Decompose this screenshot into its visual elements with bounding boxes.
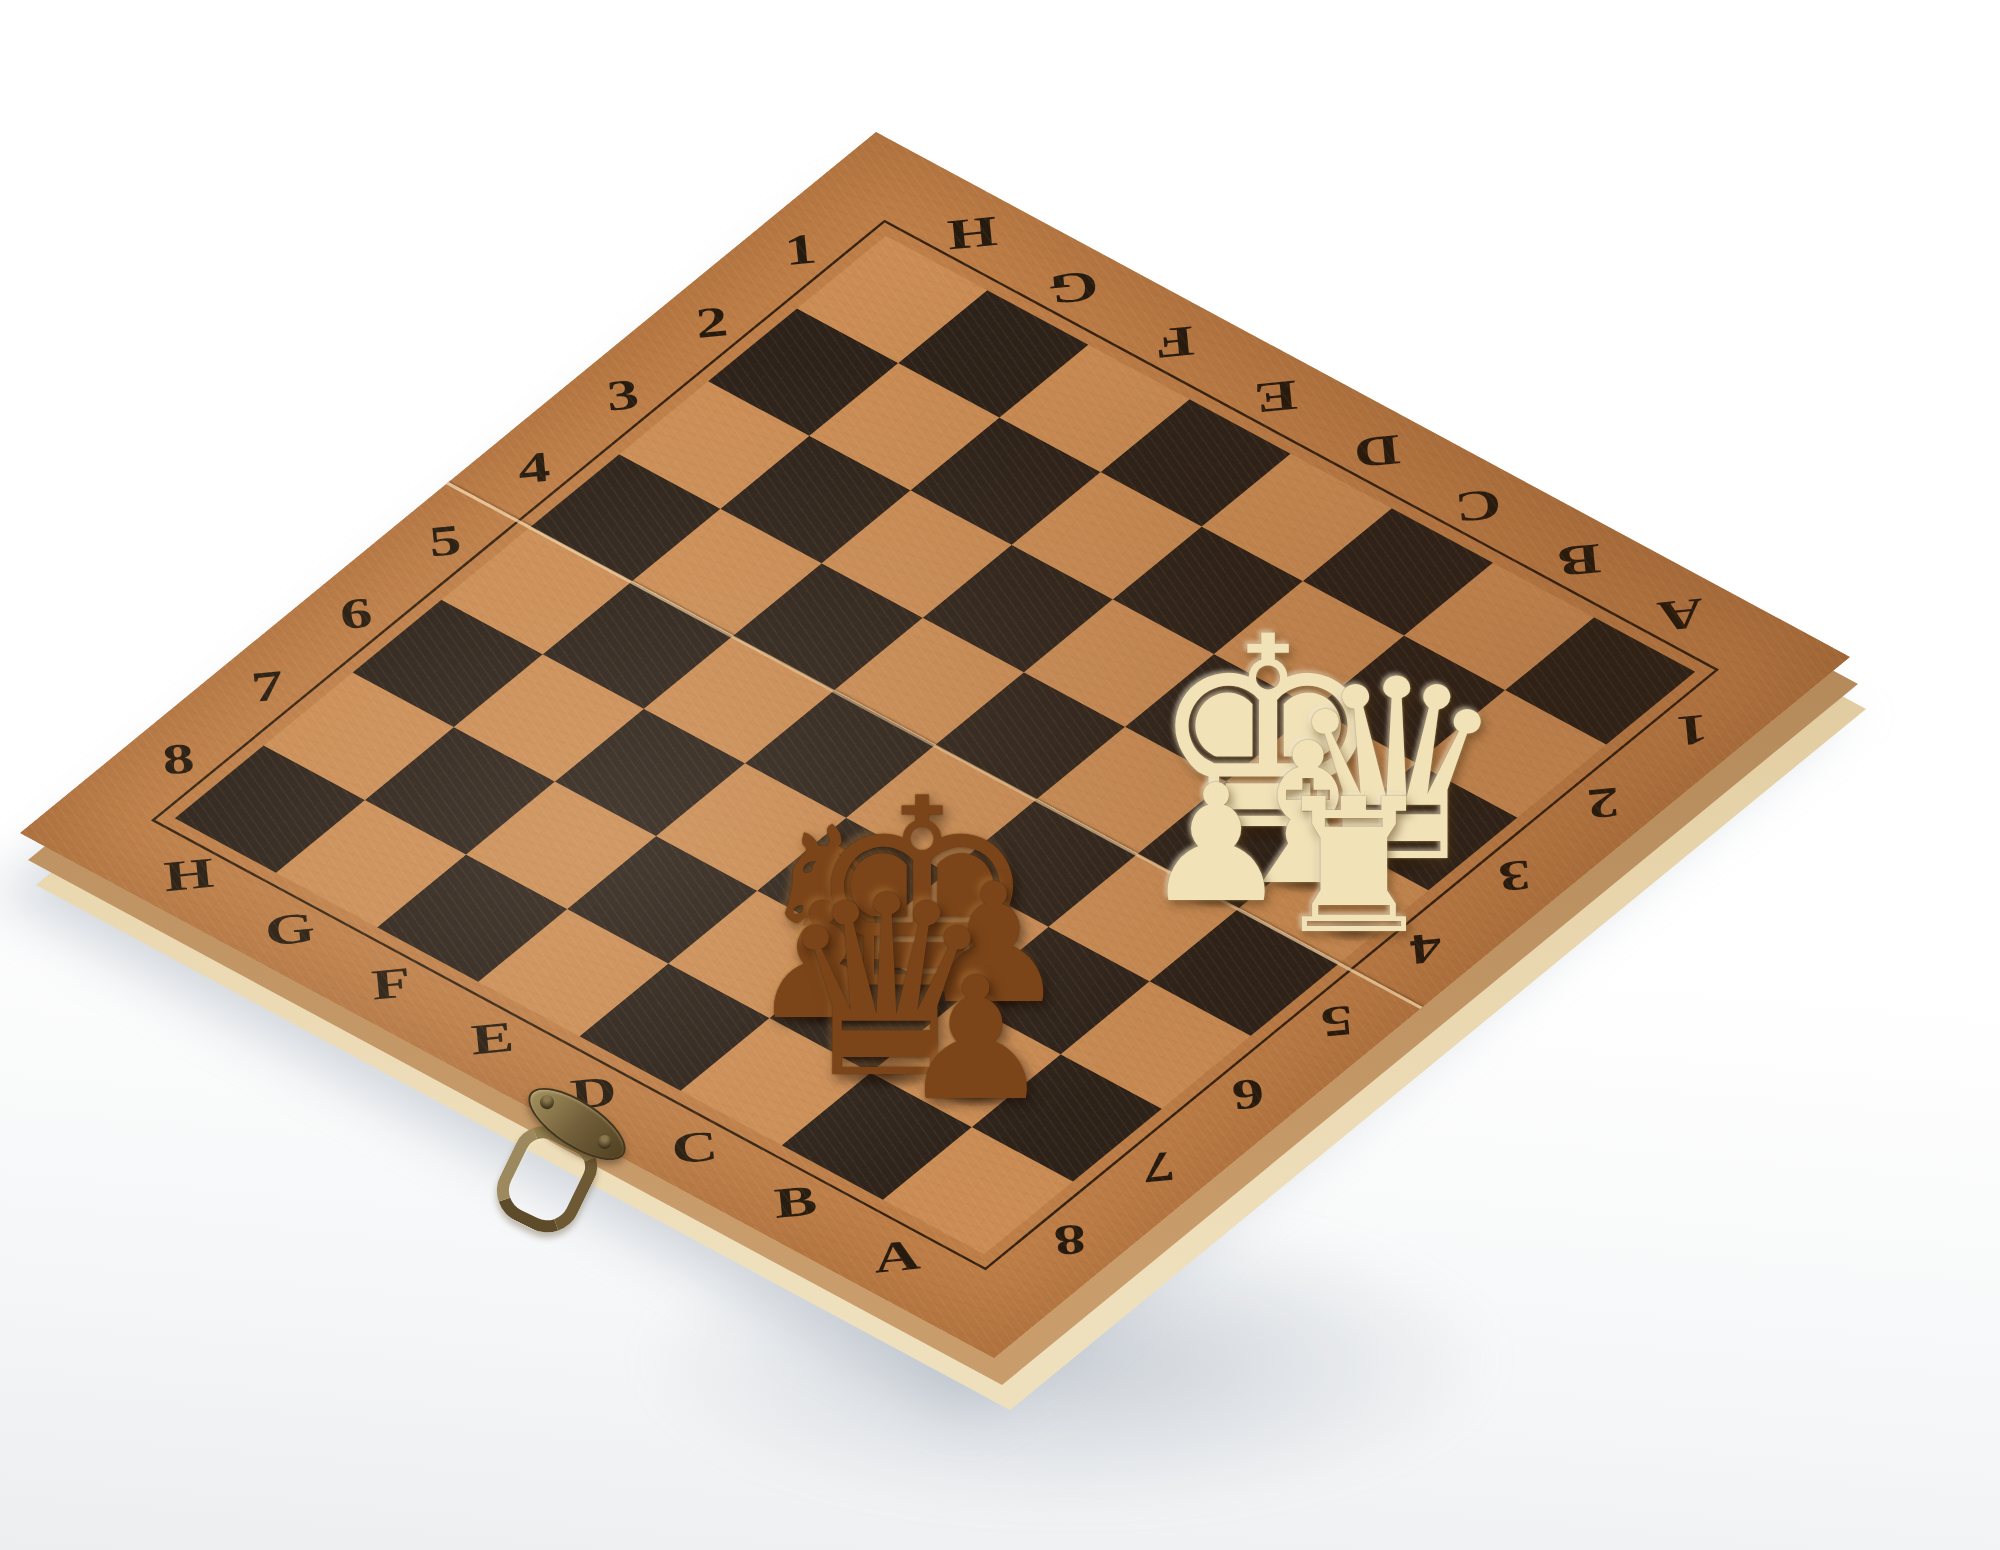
file-label-bottom-h: H [946, 210, 1000, 257]
rank-label-right-1: 1 [782, 227, 818, 273]
rank-label-left-3: 3 [1496, 853, 1532, 899]
file-label-bottom-e: E [1253, 373, 1300, 420]
file-label-top-a: A [872, 1233, 922, 1280]
file-label-bottom-c: C [1453, 482, 1503, 529]
file-label-top-f: F [370, 961, 413, 1007]
file-label-top-e: E [469, 1015, 516, 1062]
chess-board: AA88BB77CC66DD55EE44FF33GG22HH11 [20, 132, 1850, 1358]
file-label-bottom-a: A [1656, 591, 1706, 638]
rank-label-right-2: 2 [693, 300, 729, 346]
clasp-screw-icon [537, 1092, 556, 1111]
file-label-bottom-g: G [1047, 264, 1101, 311]
file-label-top-g: G [264, 906, 318, 953]
rank-label-right-5: 5 [427, 518, 463, 564]
rank-label-left-7: 7 [1141, 1144, 1177, 1190]
file-label-bottom-d: D [1352, 428, 1402, 475]
file-label-top-h: H [162, 851, 216, 898]
rank-label-left-8: 8 [1052, 1217, 1088, 1263]
chess-set-photo: AA88BB77CC66DD55EE44FF33GG22HH11 ♞♚♟♟♛♟♚… [0, 0, 2000, 1550]
file-label-bottom-f: F [1154, 319, 1197, 365]
rank-label-left-6: 6 [1229, 1072, 1265, 1118]
file-label-top-c: C [670, 1124, 720, 1171]
rank-label-left-1: 1 [1674, 708, 1710, 754]
rank-label-right-7: 7 [249, 664, 285, 710]
rank-label-right-3: 3 [605, 373, 641, 419]
rank-label-left-4: 4 [1407, 926, 1443, 972]
rank-label-right-4: 4 [516, 445, 552, 491]
rank-label-left-2: 2 [1585, 780, 1621, 826]
clasp-screw-icon [595, 1132, 614, 1151]
file-label-top-b: B [773, 1179, 820, 1226]
rank-label-right-6: 6 [338, 591, 374, 637]
rank-label-right-8: 8 [160, 737, 196, 783]
rank-label-left-5: 5 [1318, 999, 1354, 1045]
file-label-bottom-b: B [1556, 537, 1603, 584]
